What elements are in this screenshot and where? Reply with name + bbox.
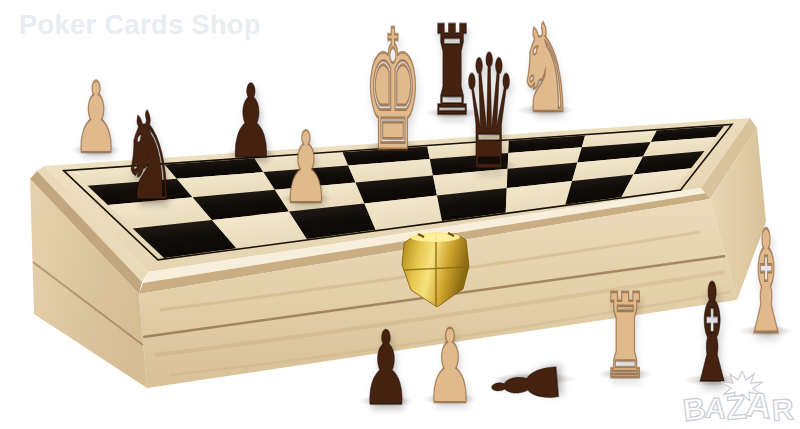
- shadow-of-black-pawn-c8: [225, 148, 277, 160]
- piece-white-king-e8: ♚: [300, 9, 487, 176]
- shadow-of-white-pawn-a8: [71, 144, 121, 156]
- shadow-of-black-pawn-fallen: [494, 373, 578, 385]
- shadow-of-white-pawn-table: [422, 393, 478, 405]
- shadow-of-black-pawn-table: [358, 395, 414, 407]
- shadow-of-white-bishop-table: [739, 325, 793, 337]
- shadow-of-white-king-e8: [362, 142, 424, 154]
- piece-white-pawn-c6: ♟: [207, 118, 405, 217]
- bazar-letter: A: [744, 384, 774, 427]
- shadow-of-black-queen-f7: [459, 159, 519, 171]
- piece-black-pawn-fallen: ♟: [474, 282, 581, 429]
- bazar-logo-text: BAZAR: [677, 387, 799, 427]
- shadow-of-black-knight-b7: [119, 192, 179, 204]
- piece-white-pawn-a8: ♟: [0, 70, 195, 168]
- piece-white-pawn-table: ♟: [351, 315, 549, 417]
- chess-pieces-layer: ♟♞♟♟♚♜♛♞♟♟♟♜♝♝: [0, 0, 800, 429]
- bazar-letter: R: [770, 392, 794, 427]
- shadow-of-white-knight-g8: [516, 104, 574, 116]
- piece-white-bishop-table: ♝: [676, 213, 800, 356]
- piece-black-pawn-c8: ♟: [152, 71, 350, 173]
- piece-white-rook-table: ♜: [532, 278, 719, 395]
- bazar-logo: BAZAR: [677, 379, 799, 429]
- bazar-letter: A: [704, 391, 727, 425]
- piece-black-rook-f8: ♜: [362, 11, 542, 135]
- piece-black-queen-f7: ♛: [397, 33, 582, 191]
- piece-black-knight-b7: ♞: [45, 97, 254, 219]
- piece-white-knight-g8: ♞: [441, 9, 650, 131]
- shadow-of-white-rook-table: [597, 368, 653, 380]
- shadow-of-white-pawn-c6: [280, 193, 332, 205]
- product-photo: Poker Cards Shop: [0, 0, 800, 429]
- shadow-of-black-rook-f8: [425, 107, 479, 119]
- piece-black-pawn-table: ♟: [287, 317, 485, 419]
